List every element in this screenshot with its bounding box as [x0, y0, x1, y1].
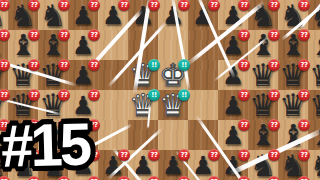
blunder-move-badge: ?? — [238, 119, 250, 131]
blunder-move-badge: ?? — [298, 119, 310, 131]
blunder-move-badge: ?? — [268, 29, 280, 41]
blunder-move-badge: ?? — [58, 89, 70, 101]
blunder-move-badge: ?? — [178, 149, 190, 161]
blunder-move-badge: ?? — [298, 89, 310, 101]
blunder-move-badge: ?? — [238, 89, 250, 101]
blunder-move-badge: ?? — [268, 89, 280, 101]
blunder-move-badge: ?? — [88, 89, 100, 101]
blunder-move-badge: ?? — [268, 119, 280, 131]
blunder-move-badge: ?? — [28, 59, 40, 71]
board-square[interactable] — [158, 120, 188, 150]
blunder-move-badge: ?? — [268, 59, 280, 71]
blunder-move-badge: ?? — [58, 59, 70, 71]
board-square[interactable] — [188, 90, 218, 120]
blunder-move-badge: ?? — [268, 149, 280, 161]
board-square[interactable] — [98, 60, 128, 90]
blunder-move-badge: ?? — [238, 59, 250, 71]
blunder-move-badge: ?? — [118, 149, 130, 161]
blunder-move-badge: ?? — [88, 149, 100, 161]
brilliant-move-badge: !! — [148, 59, 160, 71]
blunder-move-badge: ?? — [208, 149, 220, 161]
brilliant-move-badge: !! — [178, 89, 190, 101]
blunder-move-badge: ?? — [238, 29, 250, 41]
blunder-move-badge: ?? — [148, 149, 160, 161]
blunder-move-badge: ?? — [88, 59, 100, 71]
brilliant-move-badge: !! — [178, 59, 190, 71]
episode-number-text: #15 — [0, 112, 89, 178]
blunder-move-badge: ?? — [298, 29, 310, 41]
board-square[interactable] — [188, 60, 218, 90]
blunder-move-badge: ?? — [298, 59, 310, 71]
blunder-move-badge: ?? — [88, 29, 100, 41]
blunder-move-badge: ?? — [238, 149, 250, 161]
thumbnail-canvas: ♞??♞??♞??♟??♟??♟??♟??♟??♟??♞??♞??♞??♝??♝… — [0, 0, 320, 180]
brilliant-move-badge: !! — [148, 89, 160, 101]
blunder-move-badge: ?? — [58, 29, 70, 41]
blunder-move-badge: ?? — [88, 119, 100, 131]
blunder-move-badge: ?? — [28, 89, 40, 101]
blunder-move-badge: ?? — [298, 149, 310, 161]
blunder-move-badge: ?? — [28, 29, 40, 41]
board-square[interactable] — [98, 90, 128, 120]
